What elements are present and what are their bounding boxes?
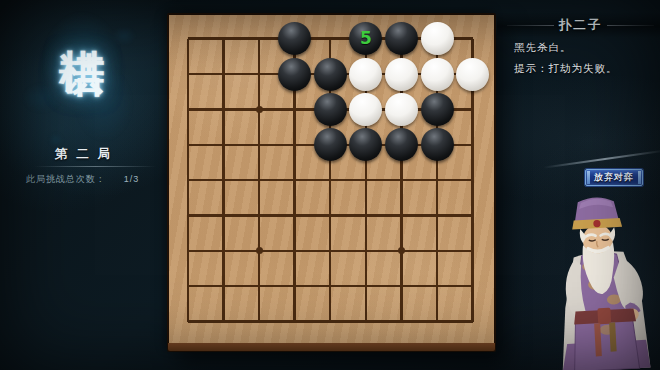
board-intersection[interactable] <box>170 162 206 197</box>
board-intersection[interactable] <box>312 56 348 91</box>
board-intersection[interactable] <box>455 21 491 56</box>
white-stone <box>349 58 382 91</box>
board-intersection[interactable] <box>312 92 348 127</box>
star-point <box>256 247 263 254</box>
board-intersection[interactable] <box>384 92 420 127</box>
white-stone <box>421 22 454 55</box>
white-stone <box>385 58 418 91</box>
board-intersection[interactable] <box>241 198 277 233</box>
board-intersection[interactable] <box>241 162 277 197</box>
star-point <box>398 247 405 254</box>
board-grid: 5 <box>170 21 490 339</box>
board-intersection[interactable] <box>312 198 348 233</box>
board-intersection[interactable] <box>455 56 491 91</box>
board-intersection[interactable] <box>206 269 242 304</box>
black-stone <box>278 58 311 91</box>
board-intersection[interactable] <box>419 304 455 339</box>
board-intersection[interactable] <box>312 304 348 339</box>
npc-character-illustration <box>545 192 660 370</box>
challenge-counter: 此局挑战总次数： 1/3 <box>0 173 165 186</box>
board-intersection[interactable] <box>170 127 206 162</box>
board-intersection[interactable] <box>384 198 420 233</box>
board-intersection[interactable] <box>277 304 313 339</box>
go-puzzle-screen: 诘棋 第二局 此局挑战总次数： 1/3 5 扑二子 黑先杀白。 提示：打劫为失败… <box>0 0 660 370</box>
challenge-count-value: 1/3 <box>124 174 140 184</box>
black-stone <box>385 22 418 55</box>
board-intersection[interactable] <box>312 233 348 268</box>
move-number-label: 5 <box>360 28 372 48</box>
board-intersection[interactable] <box>455 127 491 162</box>
board-intersection[interactable] <box>419 21 455 56</box>
title-rule-left <box>507 25 554 26</box>
board-intersection[interactable] <box>455 162 491 197</box>
board-intersection[interactable] <box>206 304 242 339</box>
board-intersection[interactable] <box>241 127 277 162</box>
board-intersection[interactable] <box>419 198 455 233</box>
board-intersection[interactable] <box>277 92 313 127</box>
board-intersection[interactable] <box>277 198 313 233</box>
board-intersection[interactable] <box>170 56 206 91</box>
board-intersection[interactable] <box>312 21 348 56</box>
board-intersection[interactable] <box>277 233 313 268</box>
ink-splash-decoration <box>12 2 152 152</box>
right-panel: 扑二子 黑先杀白。 提示：打劫为失败。 放弃对弈 <box>497 0 660 370</box>
black-stone <box>278 22 311 55</box>
board-intersection[interactable] <box>419 162 455 197</box>
board-intersection[interactable] <box>206 92 242 127</box>
board-intersection[interactable] <box>384 269 420 304</box>
forfeit-button[interactable]: 放弃对弈 <box>585 169 643 186</box>
board-intersection[interactable] <box>419 127 455 162</box>
board-intersection[interactable] <box>455 304 491 339</box>
black-stone <box>421 128 454 161</box>
board-intersection[interactable] <box>312 127 348 162</box>
board-intersection[interactable] <box>241 21 277 56</box>
board-intersection[interactable] <box>348 56 384 91</box>
board-intersection[interactable] <box>206 56 242 91</box>
white-stone <box>456 58 489 91</box>
puzzle-title-row: 扑二子 <box>507 17 654 34</box>
board-intersection[interactable] <box>384 127 420 162</box>
board-intersection[interactable]: 5 <box>348 21 384 56</box>
star-point <box>256 106 263 113</box>
board-intersection[interactable] <box>277 269 313 304</box>
challenge-count-label: 此局挑战总次数： <box>26 173 106 186</box>
board-intersection[interactable] <box>348 162 384 197</box>
go-board: 5 <box>167 13 496 352</box>
black-stone <box>314 58 347 91</box>
board-intersection[interactable] <box>348 127 384 162</box>
board-intersection[interactable] <box>455 269 491 304</box>
board-intersection[interactable] <box>419 233 455 268</box>
black-stone <box>421 93 454 126</box>
board-intersection[interactable] <box>206 162 242 197</box>
board-intersection[interactable] <box>170 92 206 127</box>
board-intersection[interactable] <box>206 127 242 162</box>
objective-text: 黑先杀白。 <box>514 41 572 55</box>
left-panel: 诘棋 第二局 此局挑战总次数： 1/3 <box>0 0 165 370</box>
board-intersection[interactable] <box>384 56 420 91</box>
white-stone <box>421 58 454 91</box>
white-stone <box>349 93 382 126</box>
board-intersection[interactable] <box>419 56 455 91</box>
board-intersection[interactable] <box>277 21 313 56</box>
board-intersection[interactable] <box>455 233 491 268</box>
board-intersection[interactable] <box>455 198 491 233</box>
board-intersection[interactable] <box>241 304 277 339</box>
board-intersection[interactable] <box>170 269 206 304</box>
hint-text: 提示：打劫为失败。 <box>514 62 618 76</box>
black-stone <box>349 128 382 161</box>
black-stone <box>314 93 347 126</box>
white-stone <box>385 93 418 126</box>
black-stone <box>385 128 418 161</box>
board-intersection[interactable] <box>241 56 277 91</box>
board-intersection[interactable] <box>384 162 420 197</box>
board-intersection[interactable] <box>348 233 384 268</box>
board-intersection[interactable] <box>241 233 277 268</box>
board-intersection[interactable] <box>277 56 313 91</box>
divider <box>34 166 156 167</box>
black-stone <box>314 128 347 161</box>
board-intersection[interactable] <box>277 162 313 197</box>
board-intersection[interactable] <box>206 21 242 56</box>
board-intersection[interactable] <box>419 92 455 127</box>
puzzle-title: 扑二子 <box>559 17 603 34</box>
board-intersection[interactable] <box>384 233 420 268</box>
board-intersection[interactable] <box>170 304 206 339</box>
board-intersection[interactable] <box>277 127 313 162</box>
board-intersection[interactable] <box>384 21 420 56</box>
black-stone: 5 <box>349 22 382 55</box>
board-intersection[interactable] <box>348 304 384 339</box>
board-intersection[interactable] <box>170 198 206 233</box>
board-intersection[interactable] <box>206 198 242 233</box>
board-intersection[interactable] <box>348 92 384 127</box>
board-intersection[interactable] <box>241 92 277 127</box>
title-rule-right <box>607 25 654 26</box>
light-streak-decoration <box>543 149 660 168</box>
board-intersection[interactable] <box>312 269 348 304</box>
board-intersection[interactable] <box>348 198 384 233</box>
board-intersection[interactable] <box>312 162 348 197</box>
board-intersection[interactable] <box>348 269 384 304</box>
board-intersection[interactable] <box>384 304 420 339</box>
board-intersection[interactable] <box>241 269 277 304</box>
board-intersection[interactable] <box>206 233 242 268</box>
board-intersection[interactable] <box>455 92 491 127</box>
board-intersection[interactable] <box>170 21 206 56</box>
board-intersection[interactable] <box>419 269 455 304</box>
chapter-label: 第二局 <box>0 146 165 163</box>
board-intersection[interactable] <box>170 233 206 268</box>
